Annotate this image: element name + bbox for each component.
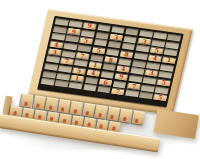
tile-digit-mark [135, 119, 139, 123]
board-cell[interactable]: 1 [88, 61, 102, 69]
board-cell[interactable] [100, 71, 114, 79]
number-tile[interactable]: 3 [145, 70, 158, 76]
board-cell[interactable] [139, 92, 153, 100]
board-box: 51 [41, 63, 86, 89]
board-cell[interactable] [58, 65, 72, 73]
number-tile[interactable]: 1 [163, 57, 176, 63]
tile-digit-mark [13, 111, 17, 115]
board-cell[interactable] [139, 30, 153, 38]
number-tile[interactable]: 9 [115, 73, 128, 79]
drawer-tile[interactable] [32, 95, 45, 109]
board-cell[interactable] [44, 63, 58, 71]
board-box: 4967 [83, 69, 128, 95]
board-cell[interactable]: 6 [99, 78, 113, 86]
number-tile[interactable]: 7 [76, 52, 89, 58]
drawer-tile[interactable] [20, 93, 33, 107]
number-tile[interactable]: 4 [87, 70, 100, 76]
drawer-tile[interactable] [45, 97, 58, 111]
board-cell[interactable]: 1 [70, 74, 84, 82]
number-tile[interactable]: 5 [151, 47, 164, 53]
board-cell[interactable]: 1 [162, 56, 176, 64]
board-cell[interactable] [141, 84, 155, 92]
board-cell[interactable] [83, 84, 97, 92]
tile-digit-mark [75, 120, 79, 124]
number-tile[interactable]: 4 [117, 66, 130, 72]
board-cell[interactable]: 5 [79, 37, 93, 45]
board-cell[interactable] [53, 26, 67, 34]
tile-digit-mark [98, 113, 102, 117]
drawer-tile[interactable] [82, 103, 95, 117]
board-cell[interactable] [77, 45, 91, 53]
number-tile[interactable]: 7 [61, 58, 74, 64]
board-cell[interactable] [97, 86, 111, 94]
drawer-tile[interactable] [94, 105, 107, 119]
board-cell[interactable]: 4 [148, 54, 162, 62]
number-tile[interactable]: 5 [92, 47, 105, 53]
tile-digit-mark [25, 113, 29, 117]
board-cell[interactable] [41, 78, 55, 86]
board-cell[interactable]: 7 [76, 52, 90, 60]
drawer-tile[interactable] [106, 106, 119, 120]
board-cell[interactable]: 5 [150, 47, 164, 55]
board-cell[interactable]: 7 [60, 57, 74, 65]
board-cell[interactable]: 7 [111, 88, 125, 96]
tile-digit-mark [110, 115, 114, 119]
board-cell[interactable] [131, 67, 145, 75]
number-tile[interactable]: 8 [120, 51, 133, 57]
tile-digit-mark [36, 103, 40, 107]
board-cell[interactable] [159, 71, 173, 79]
board-cell[interactable] [123, 35, 137, 43]
board-cell[interactable] [160, 64, 174, 72]
number-tile[interactable]: 3 [48, 49, 61, 55]
board-cell[interactable] [125, 28, 139, 36]
board-cell[interactable] [134, 52, 148, 60]
board-cell[interactable]: 5 [153, 93, 167, 101]
board-cell[interactable] [106, 48, 120, 56]
board-cell[interactable]: 5 [92, 47, 106, 55]
board-cell[interactable] [164, 49, 178, 57]
board-cell[interactable]: 3 [48, 48, 62, 56]
tile-digit-mark [99, 124, 103, 128]
board-cell[interactable] [143, 77, 157, 85]
board-cell[interactable] [111, 26, 125, 34]
tile-digit-mark [123, 117, 127, 121]
number-tile[interactable]: 5 [80, 37, 93, 43]
number-tile[interactable]: 9 [68, 28, 81, 34]
board-box: 35 [136, 30, 181, 56]
board-cell[interactable] [55, 80, 69, 88]
case-right-corner [153, 109, 199, 139]
drawer-tile[interactable] [57, 99, 70, 113]
tile-digit-mark [24, 102, 28, 106]
number-tile[interactable]: 6 [99, 79, 112, 85]
board-cell[interactable] [51, 33, 65, 41]
board-cell[interactable] [95, 31, 109, 39]
board-cell[interactable] [108, 41, 122, 49]
tile-digit-mark [62, 119, 66, 123]
board-cell[interactable] [65, 35, 79, 43]
board-cell[interactable] [132, 60, 146, 68]
tile-digit-mark [73, 109, 77, 113]
board-cell[interactable] [167, 34, 181, 42]
board-cell[interactable] [56, 72, 70, 80]
board-box: 575 [125, 75, 170, 101]
board-cell[interactable]: 7 [127, 82, 141, 90]
board-cell[interactable] [74, 59, 88, 67]
board-cell[interactable]: 4 [86, 69, 100, 77]
board-cell[interactable] [136, 45, 150, 53]
board-cell[interactable] [85, 76, 99, 84]
tile-digit-mark [50, 117, 54, 121]
board-cell[interactable] [122, 43, 136, 51]
board-cell[interactable] [42, 70, 56, 78]
drawer-tile[interactable] [131, 110, 144, 124]
number-tile[interactable]: 7 [112, 88, 125, 94]
board-cell[interactable]: 9 [83, 22, 97, 30]
board-cell[interactable] [46, 55, 60, 63]
board-cell[interactable]: 5 [72, 67, 86, 75]
board-cell[interactable] [69, 20, 83, 28]
board-cell[interactable] [129, 75, 143, 83]
board-cell[interactable]: 4 [49, 41, 63, 49]
board-cell[interactable]: 3 [138, 37, 152, 45]
number-tile[interactable]: 7 [128, 83, 141, 89]
board-cell[interactable]: 5 [157, 79, 171, 87]
drawer-tile[interactable] [119, 108, 132, 122]
tile-digit-mark [38, 115, 42, 119]
number-tile[interactable]: 5 [157, 79, 170, 85]
board-cell[interactable] [55, 18, 69, 26]
number-tile[interactable]: 5 [154, 94, 167, 100]
board-cell[interactable] [125, 90, 139, 98]
board-cell[interactable] [63, 43, 77, 51]
tile-digit-mark [48, 105, 52, 109]
tile-digit-mark [61, 107, 65, 111]
number-tile[interactable]: 4 [149, 55, 162, 61]
board-cell[interactable] [97, 24, 111, 32]
board-cell[interactable] [166, 41, 180, 49]
number-tile[interactable]: 1 [89, 62, 102, 68]
number-tile[interactable]: 3 [138, 38, 151, 44]
tile-digit-mark [112, 126, 116, 130]
board-cell[interactable] [102, 63, 116, 71]
tile-digit-mark [85, 111, 89, 115]
board-cell[interactable] [94, 39, 108, 47]
drawer-tile[interactable] [69, 101, 82, 115]
number-tile[interactable]: 5 [73, 68, 86, 74]
board-grid: 995335437758814413514967575 [37, 16, 183, 107]
board-cell[interactable]: 8 [104, 56, 118, 64]
board-cell[interactable]: 3 [109, 33, 123, 41]
number-tile[interactable]: 4 [50, 41, 63, 47]
board-cell[interactable] [153, 32, 167, 40]
board-box: 4377 [46, 41, 91, 67]
number-tile[interactable]: 3 [110, 34, 123, 40]
board-cell[interactable]: 4 [116, 65, 130, 73]
number-tile[interactable]: 9 [83, 23, 96, 29]
board-box: 413 [131, 52, 176, 78]
number-tile[interactable]: 8 [105, 56, 118, 62]
board-cell[interactable]: 9 [67, 27, 81, 35]
board-cell[interactable]: 9 [114, 73, 128, 81]
board-cell[interactable]: 8 [120, 50, 134, 58]
board-cell[interactable]: 3 [145, 69, 159, 77]
board-cell[interactable] [69, 82, 83, 90]
tile-digit-mark [87, 122, 91, 126]
number-tile[interactable]: 1 [71, 75, 84, 81]
